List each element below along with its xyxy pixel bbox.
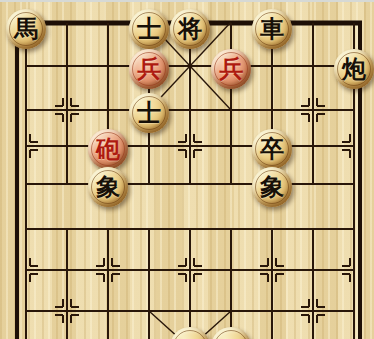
piece-glyph: 馬 [6, 9, 46, 49]
piece-glyph: 兵 [211, 49, 251, 89]
unidentified-piece[interactable] [170, 327, 210, 339]
window-top-edge [0, 0, 374, 2]
piece-glyph: 象 [88, 167, 128, 207]
piece-glyph [211, 327, 251, 339]
xiangqi-board: 馬士将車兵兵炮士砲卒象象 [0, 0, 374, 339]
piece-glyph: 車 [252, 9, 292, 49]
black-general[interactable]: 将 [170, 9, 210, 49]
red-soldier[interactable]: 兵 [211, 49, 251, 89]
black-cannon[interactable]: 炮 [334, 49, 374, 89]
piece-glyph: 兵 [129, 49, 169, 89]
red-soldier[interactable]: 兵 [129, 49, 169, 89]
unidentified-piece[interactable] [211, 327, 251, 339]
black-elephant[interactable]: 象 [88, 167, 128, 207]
piece-glyph: 象 [252, 167, 292, 207]
piece-glyph: 卒 [252, 129, 292, 169]
xiangqi-game-screen: 馬士将車兵兵炮士砲卒象象 [0, 0, 374, 339]
black-advisor[interactable]: 士 [129, 93, 169, 133]
piece-glyph: 砲 [88, 129, 128, 169]
piece-glyph: 士 [129, 9, 169, 49]
piece-glyph: 将 [170, 9, 210, 49]
red-cannon[interactable]: 砲 [88, 129, 128, 169]
black-horse[interactable]: 馬 [6, 9, 46, 49]
black-advisor[interactable]: 士 [129, 9, 169, 49]
piece-glyph: 炮 [334, 49, 374, 89]
black-soldier[interactable]: 卒 [252, 129, 292, 169]
black-elephant[interactable]: 象 [252, 167, 292, 207]
pieces-layer: 馬士将車兵兵炮士砲卒象象 [0, 0, 374, 339]
piece-glyph [170, 327, 210, 339]
black-chariot[interactable]: 車 [252, 9, 292, 49]
piece-glyph: 士 [129, 93, 169, 133]
